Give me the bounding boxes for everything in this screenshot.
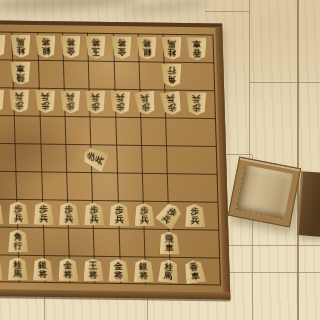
shogi-piece-39-銀将[interactable]: 銀将 bbox=[133, 259, 154, 282]
shogi-piece-83-歩兵[interactable]: 歩兵 bbox=[9, 90, 30, 113]
shogi-piece-31-銀将[interactable]: 銀将 bbox=[136, 36, 157, 59]
shogi-piece-23-歩兵[interactable]: 歩兵 bbox=[159, 91, 183, 116]
shogi-piece-79-銀将[interactable]: 銀将 bbox=[32, 257, 53, 280]
shogi-piece-59-王将[interactable]: 王将 bbox=[83, 258, 104, 281]
floor-plank-seam bbox=[249, 0, 250, 160]
shogi-piece-21-桂馬[interactable]: 桂馬 bbox=[162, 36, 183, 59]
shogi-board[interactable]: 香車桂馬銀将金将玉将金将銀将桂馬香車飛車角行歩兵歩兵歩兵歩兵歩兵歩兵歩兵歩兵歩兵… bbox=[0, 20, 230, 300]
shogi-piece-57-歩兵[interactable]: 歩兵 bbox=[84, 202, 105, 225]
floor-plank-joint bbox=[250, 82, 320, 83]
shogi-piece-88-角行[interactable]: 角行 bbox=[8, 229, 29, 252]
board-grid[interactable]: 香車桂馬銀将金将玉将金将銀将桂馬香車飛車角行歩兵歩兵歩兵歩兵歩兵歩兵歩兵歩兵歩兵… bbox=[0, 31, 221, 285]
shogi-piece-77-歩兵[interactable]: 歩兵 bbox=[33, 202, 54, 225]
shogi-piece-49-金将[interactable]: 金将 bbox=[108, 259, 129, 282]
shogi-piece-22-角行[interactable]: 角行 bbox=[161, 64, 182, 87]
shogi-piece-41-金将[interactable]: 金将 bbox=[111, 36, 132, 59]
shogi-piece-43-歩兵[interactable]: 歩兵 bbox=[110, 91, 131, 114]
shogi-piece-27-歩兵[interactable]: 歩兵 bbox=[155, 200, 185, 230]
shogi-piece-47-歩兵[interactable]: 歩兵 bbox=[109, 203, 130, 226]
shogi-piece-37-歩兵[interactable]: 歩兵 bbox=[134, 203, 155, 226]
shogi-piece-63-歩兵[interactable]: 歩兵 bbox=[60, 91, 81, 114]
floor-shadow bbox=[120, 0, 211, 17]
piece-box-interior bbox=[236, 165, 293, 220]
shogi-piece-11-香車[interactable]: 香車 bbox=[187, 37, 208, 60]
shogi-piece-51-玉将[interactable]: 玉将 bbox=[86, 35, 107, 58]
shogi-piece-17-歩兵[interactable]: 歩兵 bbox=[184, 204, 205, 227]
shogi-piece-97-歩兵[interactable]: 歩兵 bbox=[0, 201, 3, 224]
shogi-piece-19-香車[interactable]: 香車 bbox=[182, 259, 206, 284]
shogi-piece-67-歩兵[interactable]: 歩兵 bbox=[58, 202, 79, 225]
shogi-piece-73-歩兵[interactable]: 歩兵 bbox=[35, 90, 56, 113]
shogi-piece-53-歩兵[interactable]: 歩兵 bbox=[85, 91, 106, 114]
floor-plank-joint bbox=[205, 11, 250, 12]
shogi-piece-61-金将[interactable]: 金将 bbox=[61, 35, 82, 58]
shogi-piece-91-香車[interactable]: 香車 bbox=[0, 34, 6, 57]
shogi-piece-29-桂馬[interactable]: 桂馬 bbox=[158, 258, 179, 283]
shogi-piece-28-飛車[interactable]: 飛車 bbox=[159, 231, 180, 254]
shogi-piece-69-金将[interactable]: 金将 bbox=[58, 258, 79, 281]
photo-scene: 香車桂馬銀将金将玉将金将銀将桂馬香車飛車角行歩兵歩兵歩兵歩兵歩兵歩兵歩兵歩兵歩兵… bbox=[0, 0, 320, 320]
shogi-piece-13-歩兵[interactable]: 歩兵 bbox=[186, 92, 207, 115]
shogi-piece-89-桂馬[interactable]: 桂馬 bbox=[7, 257, 28, 280]
piece-box-base[interactable] bbox=[297, 171, 320, 237]
shogi-piece-93-歩兵[interactable]: 歩兵 bbox=[0, 90, 5, 113]
piece-box-lid[interactable] bbox=[228, 157, 301, 228]
shogi-piece-99-香車[interactable]: 香車 bbox=[0, 257, 3, 280]
shogi-piece-81-桂馬[interactable]: 桂馬 bbox=[10, 34, 31, 57]
shogi-piece-33-歩兵[interactable]: 歩兵 bbox=[134, 91, 157, 116]
shogi-piece-87-歩兵[interactable]: 歩兵 bbox=[8, 201, 29, 224]
shogi-piece-71-銀将[interactable]: 銀将 bbox=[35, 34, 56, 57]
shogi-piece-55-歩兵[interactable]: 歩兵 bbox=[80, 144, 109, 172]
shogi-piece-82-飛車[interactable]: 飛車 bbox=[10, 62, 31, 85]
